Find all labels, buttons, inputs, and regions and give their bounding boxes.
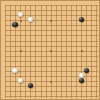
star-point <box>20 20 22 22</box>
black-stone <box>79 17 84 22</box>
white-stone <box>18 12 23 17</box>
screenshot <box>0 0 100 100</box>
white-stone <box>18 78 23 83</box>
go-board[interactable] <box>0 0 100 100</box>
star-point <box>20 50 22 52</box>
board-grid[interactable] <box>5 5 98 98</box>
black-stone <box>84 68 89 73</box>
black-stone <box>12 22 17 27</box>
star-point <box>50 81 52 83</box>
white-stone <box>12 68 17 73</box>
star-point <box>50 20 52 22</box>
star-point <box>81 50 83 52</box>
black-stone <box>79 78 84 83</box>
star-point <box>50 50 52 52</box>
